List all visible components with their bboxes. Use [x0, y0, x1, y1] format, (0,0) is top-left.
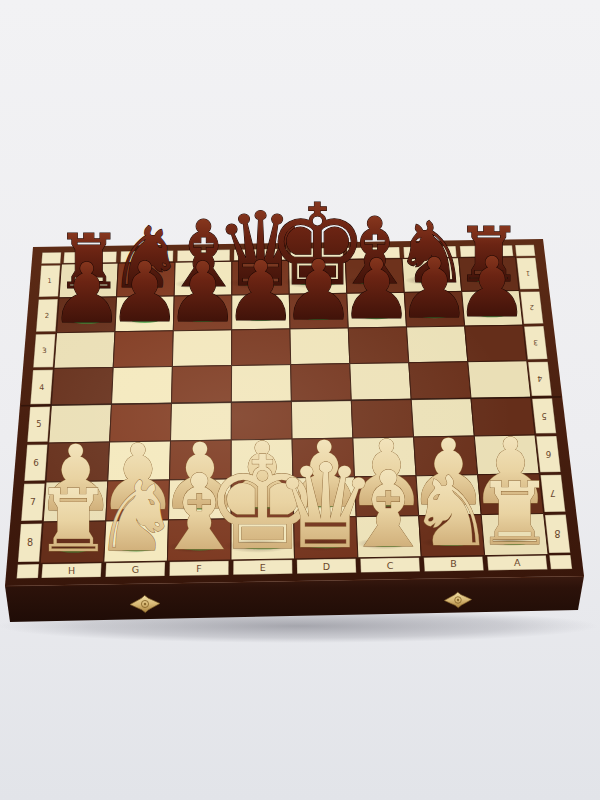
chess-set-photo: 1122334455667788HHGGFFEEDDCCBBAA ♜♞♝♛♚♝♞…: [0, 0, 600, 800]
rank-label-left-2: 2: [45, 312, 49, 320]
piece-dark-pawn-a2[interactable]: ♟: [455, 239, 529, 335]
rank-label-right-2: 2: [529, 303, 533, 311]
rook-glyph: ♜: [476, 464, 554, 564]
scene-svg: 1122334455667788HHGGFFEEDDCCBBAA ♜♞♝♛♚♝♞…: [0, 0, 600, 800]
rank-label-left-8: 8: [27, 537, 33, 548]
rank-label-right-3: 3: [533, 338, 538, 347]
pawn-glyph: ♟: [455, 239, 529, 335]
piece-light-rook-a8[interactable]: ♜: [476, 464, 554, 564]
rank-label-right-4: 4: [537, 374, 542, 383]
rank-label-left-4: 4: [39, 383, 44, 392]
rank-label-right-8: 8: [554, 528, 560, 539]
rank-label-left-3: 3: [42, 346, 47, 355]
